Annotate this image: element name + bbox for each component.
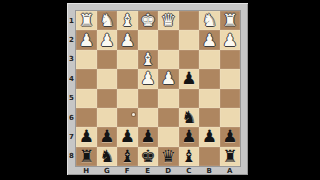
square-f1[interactable]: ♝ (117, 11, 138, 30)
square-f3[interactable] (117, 50, 138, 69)
piece-white-bishop: ♝ (120, 12, 135, 29)
file-label-b: B (199, 166, 220, 175)
square-f6[interactable] (117, 108, 138, 127)
piece-white-pawn: ♟ (79, 31, 94, 48)
square-h3[interactable] (76, 50, 97, 69)
square-d7[interactable] (158, 127, 179, 146)
square-e8[interactable]: ♚ (138, 147, 159, 166)
rank-label-8: 8 (67, 147, 76, 166)
piece-black-pawn: ♟ (120, 128, 135, 145)
square-f8[interactable]: ♝ (117, 147, 138, 166)
square-g7[interactable]: ♟ (97, 127, 118, 146)
piece-black-pawn: ♟ (222, 128, 237, 145)
square-c1[interactable] (179, 11, 200, 30)
piece-white-pawn: ♟ (222, 31, 237, 48)
rank-label-3: 3 (67, 50, 76, 69)
square-c3[interactable] (179, 50, 200, 69)
square-g8[interactable]: ♞ (97, 147, 118, 166)
square-h1[interactable]: ♜ (76, 11, 97, 30)
square-d6[interactable] (158, 108, 179, 127)
square-c5[interactable] (179, 89, 200, 108)
screen: { "game": "chess", "position": { "fen": … (0, 0, 320, 180)
file-label-g: G (97, 166, 118, 175)
square-e4[interactable]: ♟ (138, 69, 159, 88)
square-c4[interactable]: ♟ (179, 69, 200, 88)
piece-black-queen: ♛ (161, 147, 176, 164)
square-b3[interactable] (199, 50, 220, 69)
file-label-e: E (138, 166, 159, 175)
square-g6[interactable] (97, 108, 118, 127)
square-b7[interactable]: ♟ (199, 127, 220, 146)
rank-label-6: 6 (67, 108, 76, 127)
piece-black-rook: ♜ (222, 147, 237, 164)
piece-white-pawn: ♟ (161, 70, 176, 87)
piece-white-pawn: ♟ (99, 31, 114, 48)
file-label-d: D (158, 166, 179, 175)
square-c2[interactable] (179, 30, 200, 49)
square-a7[interactable]: ♟ (220, 127, 241, 146)
square-b6[interactable] (199, 108, 220, 127)
piece-white-knight: ♞ (202, 12, 217, 29)
rank-label-5: 5 (67, 89, 76, 108)
square-h5[interactable] (76, 89, 97, 108)
square-d3[interactable] (158, 50, 179, 69)
rank-label-2: 2 (67, 30, 76, 49)
square-e7[interactable]: ♟ (138, 127, 159, 146)
file-label-c: C (179, 166, 200, 175)
square-a3[interactable] (220, 50, 241, 69)
piece-white-knight: ♞ (99, 12, 114, 29)
square-e5[interactable] (138, 89, 159, 108)
piece-black-pawn: ♟ (202, 128, 217, 145)
piece-white-pawn: ♟ (140, 70, 155, 87)
square-a5[interactable] (220, 89, 241, 108)
piece-white-king: ♚ (140, 12, 155, 29)
square-f5[interactable] (117, 89, 138, 108)
piece-white-rook: ♜ (79, 12, 94, 29)
piece-black-rook: ♜ (79, 147, 94, 164)
square-c8[interactable]: ♝ (179, 147, 200, 166)
square-b5[interactable] (199, 89, 220, 108)
square-b1[interactable]: ♞ (199, 11, 220, 30)
square-f2[interactable]: ♟ (117, 30, 138, 49)
piece-black-bishop: ♝ (181, 147, 196, 164)
piece-white-rook: ♜ (222, 12, 237, 29)
square-d1[interactable]: ♛ (158, 11, 179, 30)
square-a6[interactable] (220, 108, 241, 127)
piece-black-pawn: ♟ (99, 128, 114, 145)
square-c7[interactable]: ♟ (179, 127, 200, 146)
square-d8[interactable]: ♛ (158, 147, 179, 166)
piece-black-knight: ♞ (99, 147, 114, 164)
square-g3[interactable] (97, 50, 118, 69)
square-e2[interactable] (138, 30, 159, 49)
piece-white-bishop: ♝ (140, 50, 155, 67)
square-a8[interactable]: ♜ (220, 147, 241, 166)
square-e6[interactable] (138, 108, 159, 127)
rank-label-4: 4 (67, 69, 76, 88)
square-h8[interactable]: ♜ (76, 147, 97, 166)
square-g2[interactable]: ♟ (97, 30, 118, 49)
piece-black-knight: ♞ (181, 109, 196, 126)
chess-board-widget: ♜♞♝♚♛♞♜♟♟♟♟♟♝♟♟♟♞♟♟♟♟♟♟♟♜♞♝♚♛♝♜ 12345678… (67, 3, 248, 175)
square-h2[interactable]: ♟ (76, 30, 97, 49)
piece-black-pawn: ♟ (181, 70, 196, 87)
square-g4[interactable] (97, 69, 118, 88)
square-h7[interactable]: ♟ (76, 127, 97, 146)
square-a2[interactable]: ♟ (220, 30, 241, 49)
square-h6[interactable] (76, 108, 97, 127)
square-b4[interactable] (199, 69, 220, 88)
square-d2[interactable] (158, 30, 179, 49)
square-a1[interactable]: ♜ (220, 11, 241, 30)
square-g5[interactable] (97, 89, 118, 108)
square-e1[interactable]: ♚ (138, 11, 159, 30)
piece-white-queen: ♛ (161, 12, 176, 29)
square-d4[interactable]: ♟ (158, 69, 179, 88)
square-g1[interactable]: ♞ (97, 11, 118, 30)
square-f7[interactable]: ♟ (117, 127, 138, 146)
file-label-f: F (117, 166, 138, 175)
square-c6[interactable]: ♞ (179, 108, 200, 127)
piece-black-pawn: ♟ (181, 128, 196, 145)
square-f4[interactable] (117, 69, 138, 88)
chess-board: ♜♞♝♚♛♞♜♟♟♟♟♟♝♟♟♟♞♟♟♟♟♟♟♟♜♞♝♚♛♝♜ (76, 11, 240, 166)
square-b8[interactable] (199, 147, 220, 166)
square-h4[interactable] (76, 69, 97, 88)
file-label-h: H (76, 166, 97, 175)
piece-white-pawn: ♟ (202, 31, 217, 48)
piece-black-pawn: ♟ (79, 128, 94, 145)
piece-black-pawn: ♟ (140, 128, 155, 145)
rank-label-1: 1 (67, 11, 76, 30)
rank-label-7: 7 (67, 127, 76, 146)
file-label-a: A (220, 166, 241, 175)
square-e3[interactable]: ♝ (138, 50, 159, 69)
piece-white-pawn: ♟ (120, 31, 135, 48)
square-b2[interactable]: ♟ (199, 30, 220, 49)
piece-black-bishop: ♝ (120, 147, 135, 164)
piece-black-king: ♚ (140, 147, 155, 164)
square-d5[interactable] (158, 89, 179, 108)
square-a4[interactable] (220, 69, 241, 88)
